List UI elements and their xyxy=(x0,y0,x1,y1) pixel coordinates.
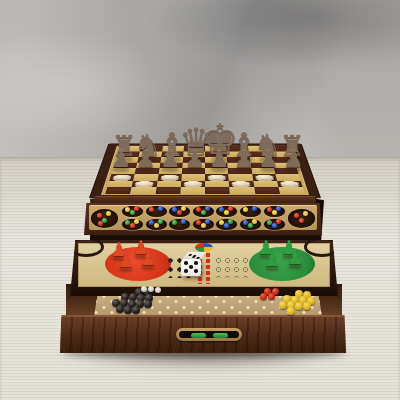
die[interactable] xyxy=(181,252,207,278)
marble-yellow[interactable] xyxy=(295,302,303,310)
ludo-pawn-red[interactable]: ♟ xyxy=(139,249,156,268)
marble-black[interactable] xyxy=(116,305,124,313)
marble-black[interactable] xyxy=(132,306,140,314)
die-pip xyxy=(184,261,188,265)
die-pip xyxy=(189,265,193,269)
marble-white[interactable] xyxy=(141,286,147,292)
marble-yellow[interactable] xyxy=(287,307,295,315)
chess-piece-pawn[interactable]: ♟ xyxy=(234,148,255,171)
marble-black[interactable] xyxy=(144,300,152,308)
chess-piece-pawn[interactable]: ♟ xyxy=(283,148,304,171)
chess-piece-pawn[interactable]: ♟ xyxy=(111,148,132,171)
marble-red[interactable] xyxy=(260,293,267,300)
pieces-layer: ♜♞♝♛♚♝♞♜♟♟♟♟♟♟♟♟♟♟♟♟♟♟♟♟ xyxy=(0,0,400,400)
marble-yellow[interactable] xyxy=(303,302,311,310)
ludo-pawn-green[interactable]: ♟ xyxy=(286,248,303,267)
marble-red[interactable] xyxy=(268,293,275,300)
die-pip xyxy=(194,269,198,273)
ludo-pawn-green[interactable]: ♟ xyxy=(263,250,280,269)
marble-black[interactable] xyxy=(124,306,132,314)
product-photo-scene: ♜♞♝♛♚♝♞♜♟♟♟♟♟♟♟♟♟♟♟♟♟♟♟♟ xyxy=(0,0,400,400)
chess-piece-pawn[interactable]: ♟ xyxy=(258,148,279,171)
marble-white[interactable] xyxy=(148,286,154,292)
chess-piece-pawn[interactable]: ♟ xyxy=(184,148,205,171)
chess-piece-pawn[interactable]: ♟ xyxy=(209,148,230,171)
ludo-pawn-red[interactable]: ♟ xyxy=(117,251,134,270)
die-pip xyxy=(184,269,188,273)
chess-piece-pawn[interactable]: ♟ xyxy=(160,148,181,171)
chess-piece-pawn[interactable]: ♟ xyxy=(135,148,156,171)
marble-white[interactable] xyxy=(155,287,161,293)
die-pip xyxy=(194,261,198,265)
marble-yellow[interactable] xyxy=(279,301,287,309)
die-front-face xyxy=(181,259,201,276)
